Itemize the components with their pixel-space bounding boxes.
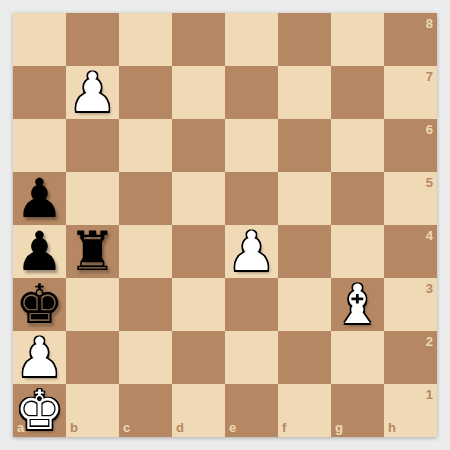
square-g5[interactable]: [331, 172, 384, 225]
square-h7[interactable]: 7: [384, 66, 437, 119]
square-b1[interactable]: b: [66, 384, 119, 437]
square-c6[interactable]: [119, 119, 172, 172]
black-pawn[interactable]: ♟: [15, 225, 63, 278]
chess-board: 8♟76♟5♟♜♟4♚♝3♟2♚abcdefg1h: [13, 13, 437, 437]
square-d2[interactable]: [172, 331, 225, 384]
rank-label-6: 6: [426, 123, 433, 136]
square-e1[interactable]: e: [225, 384, 278, 437]
square-d3[interactable]: [172, 278, 225, 331]
square-f6[interactable]: [278, 119, 331, 172]
square-f7[interactable]: [278, 66, 331, 119]
square-e3[interactable]: [225, 278, 278, 331]
square-b2[interactable]: [66, 331, 119, 384]
square-e5[interactable]: [225, 172, 278, 225]
rank-label-7: 7: [426, 70, 433, 83]
square-a4[interactable]: ♟: [13, 225, 66, 278]
square-f2[interactable]: [278, 331, 331, 384]
square-g8[interactable]: [331, 13, 384, 66]
file-label-g: g: [335, 421, 343, 434]
square-g2[interactable]: [331, 331, 384, 384]
square-b5[interactable]: [66, 172, 119, 225]
square-b7[interactable]: ♟: [66, 66, 119, 119]
square-a2[interactable]: ♟: [13, 331, 66, 384]
rank-label-5: 5: [426, 176, 433, 189]
square-f3[interactable]: [278, 278, 331, 331]
page-background: 8♟76♟5♟♜♟4♚♝3♟2♚abcdefg1h: [0, 0, 450, 450]
square-c1[interactable]: c: [119, 384, 172, 437]
square-a6[interactable]: [13, 119, 66, 172]
file-label-h: h: [388, 421, 396, 434]
square-a3[interactable]: ♚: [13, 278, 66, 331]
square-h1[interactable]: 1h: [384, 384, 437, 437]
rank-label-4: 4: [426, 229, 433, 242]
square-h4[interactable]: 4: [384, 225, 437, 278]
square-g6[interactable]: [331, 119, 384, 172]
square-g7[interactable]: [331, 66, 384, 119]
square-f1[interactable]: f: [278, 384, 331, 437]
square-d4[interactable]: [172, 225, 225, 278]
square-a7[interactable]: [13, 66, 66, 119]
square-c3[interactable]: [119, 278, 172, 331]
square-a5[interactable]: ♟: [13, 172, 66, 225]
square-e2[interactable]: [225, 331, 278, 384]
square-f4[interactable]: [278, 225, 331, 278]
square-b8[interactable]: [66, 13, 119, 66]
square-a8[interactable]: [13, 13, 66, 66]
square-d8[interactable]: [172, 13, 225, 66]
rank-label-1: 1: [426, 388, 433, 401]
square-f5[interactable]: [278, 172, 331, 225]
black-pawn[interactable]: ♟: [15, 172, 63, 225]
square-c4[interactable]: [119, 225, 172, 278]
square-f8[interactable]: [278, 13, 331, 66]
square-h3[interactable]: 3: [384, 278, 437, 331]
square-d5[interactable]: [172, 172, 225, 225]
file-label-a: a: [17, 421, 24, 434]
file-label-e: e: [229, 421, 236, 434]
square-a1[interactable]: ♚a: [13, 384, 66, 437]
rank-label-2: 2: [426, 335, 433, 348]
square-c2[interactable]: [119, 331, 172, 384]
white-pawn[interactable]: ♟: [227, 225, 275, 278]
square-d7[interactable]: [172, 66, 225, 119]
square-d1[interactable]: d: [172, 384, 225, 437]
file-label-d: d: [176, 421, 184, 434]
square-e7[interactable]: [225, 66, 278, 119]
square-e6[interactable]: [225, 119, 278, 172]
black-king[interactable]: ♚: [15, 278, 63, 331]
square-h5[interactable]: 5: [384, 172, 437, 225]
square-c8[interactable]: [119, 13, 172, 66]
file-label-b: b: [70, 421, 78, 434]
square-c7[interactable]: [119, 66, 172, 119]
square-g3[interactable]: ♝: [331, 278, 384, 331]
black-rook[interactable]: ♜: [68, 225, 116, 278]
square-g4[interactable]: [331, 225, 384, 278]
square-c5[interactable]: [119, 172, 172, 225]
square-b3[interactable]: [66, 278, 119, 331]
square-d6[interactable]: [172, 119, 225, 172]
square-b6[interactable]: [66, 119, 119, 172]
white-pawn[interactable]: ♟: [68, 66, 116, 119]
file-label-f: f: [282, 421, 286, 434]
square-h6[interactable]: 6: [384, 119, 437, 172]
square-e4[interactable]: ♟: [225, 225, 278, 278]
square-h8[interactable]: 8: [384, 13, 437, 66]
white-pawn[interactable]: ♟: [15, 331, 63, 384]
square-e8[interactable]: [225, 13, 278, 66]
square-h2[interactable]: 2: [384, 331, 437, 384]
rank-label-3: 3: [426, 282, 433, 295]
square-g1[interactable]: g: [331, 384, 384, 437]
file-label-c: c: [123, 421, 130, 434]
square-b4[interactable]: ♜: [66, 225, 119, 278]
white-bishop[interactable]: ♝: [333, 278, 381, 331]
rank-label-8: 8: [426, 17, 433, 30]
